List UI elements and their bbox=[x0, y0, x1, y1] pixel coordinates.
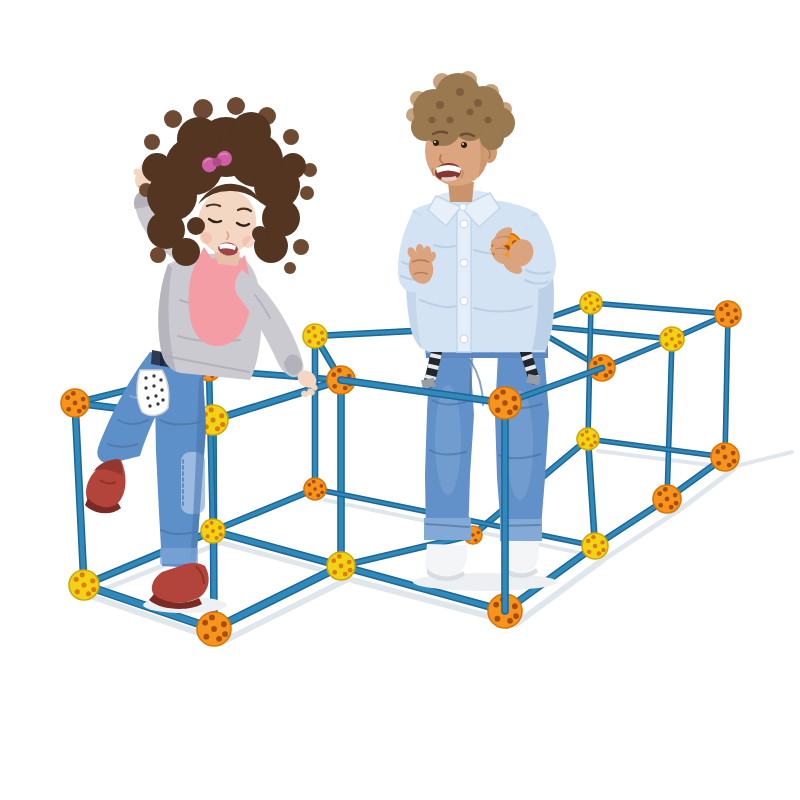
connector-ball-yellow bbox=[201, 519, 225, 543]
boy-right-cuff bbox=[424, 518, 471, 540]
shirt-button bbox=[460, 220, 468, 228]
connector-ball-orange bbox=[653, 485, 681, 513]
product-photo bbox=[0, 0, 800, 800]
scene-canvas bbox=[0, 0, 800, 800]
connector-ball-yellow bbox=[303, 324, 327, 348]
connector-ball-yellow bbox=[327, 552, 355, 580]
girl-ankle-cuff bbox=[160, 548, 198, 564]
connector-ball-yellow bbox=[582, 533, 608, 559]
shirt-button bbox=[460, 335, 468, 343]
shirt-button bbox=[460, 297, 468, 305]
connector-ball-orange bbox=[711, 443, 739, 471]
connector-ball-yellow bbox=[580, 292, 602, 314]
connector-ball-yellow bbox=[660, 327, 684, 351]
connector-ball-orange bbox=[715, 301, 741, 327]
girl-sweater bbox=[158, 247, 261, 380]
shirt-button bbox=[460, 259, 468, 267]
connector-ball-orange bbox=[61, 389, 89, 417]
collar-button bbox=[460, 204, 467, 211]
connector-ball-yellow bbox=[577, 428, 599, 450]
connector-ball-orange bbox=[304, 478, 326, 500]
connector-ball-yellow bbox=[69, 570, 99, 600]
connector-ball-orange bbox=[489, 387, 521, 419]
connector-ball-orange bbox=[197, 612, 231, 646]
polka-dot-pocket bbox=[137, 370, 169, 415]
